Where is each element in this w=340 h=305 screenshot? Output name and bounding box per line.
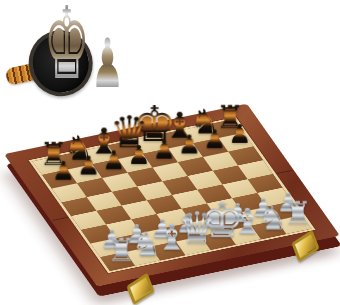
chess-set-photo: ♚ ♟ ♜♞♝♛♚♝♞♜♟♟♟♟♟♟♟♟♟♟♟♟♟♟♟♟♜♞♝♛♚♝♞♜	[0, 0, 340, 305]
board-tilt: ♜♞♝♛♚♝♞♜♟♟♟♟♟♟♟♟♟♟♟♟♟♟♟♟♜♞♝♛♚♝♞♜	[4, 104, 340, 287]
square-a7: ♟	[42, 170, 77, 189]
closeup-king-piece: ♚	[44, 0, 91, 94]
piece-closeup-inset: ♚ ♟	[0, 0, 150, 102]
square-a1: ♜	[100, 252, 135, 271]
board-grid: ♜♞♝♛♚♝♞♜♟♟♟♟♟♟♟♟♟♟♟♟♟♟♟♟♜♞♝♛♚♝♞♜	[29, 117, 316, 273]
white-rook: ♜	[71, 234, 171, 266]
square-a5	[61, 197, 96, 216]
black-pawn: ♟	[13, 158, 113, 184]
chess-board-frame: ♜♞♝♛♚♝♞♜♟♟♟♟♟♟♟♟♟♟♟♟♟♟♟♟♜♞♝♛♚♝♞♜	[4, 104, 340, 287]
closeup-pawn-piece: ♟	[91, 30, 125, 98]
